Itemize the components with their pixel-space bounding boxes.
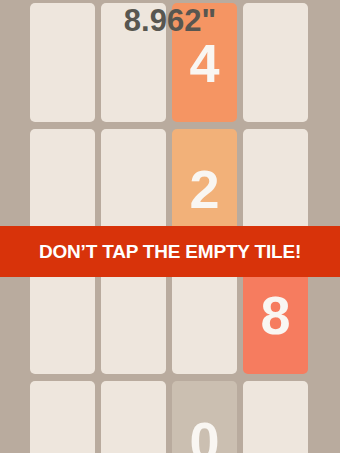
tile-value: 8 bbox=[260, 288, 290, 342]
game-screen: 4280 8.962" DON’T TAP THE EMPTY TILE! bbox=[0, 0, 340, 453]
warning-banner-text: DON’T TAP THE EMPTY TILE! bbox=[39, 241, 301, 263]
warning-banner: DON’T TAP THE EMPTY TILE! bbox=[0, 226, 340, 277]
tile-r4c3-0[interactable]: 0 bbox=[172, 381, 237, 453]
tile-r4c4-empty[interactable] bbox=[243, 381, 308, 453]
timer-text: 8.962" bbox=[0, 4, 340, 38]
tile-value: 4 bbox=[189, 36, 219, 90]
tile-value: 0 bbox=[189, 414, 219, 453]
tile-value: 2 bbox=[189, 162, 219, 216]
tile-r4c1-empty[interactable] bbox=[30, 381, 95, 453]
tile-r4c2-empty[interactable] bbox=[101, 381, 166, 453]
